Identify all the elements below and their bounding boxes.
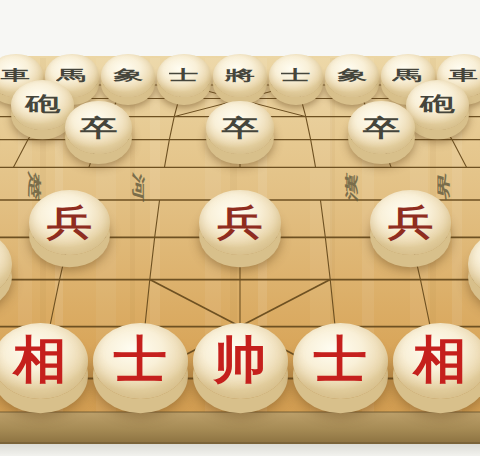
piece-black-advisor[interactable]: 士 <box>157 54 210 97</box>
piece-black-cannon[interactable]: 砲 <box>406 80 468 130</box>
piece-character: 象 <box>101 65 154 85</box>
river-inscription-char: 漢 <box>343 171 361 204</box>
piece-character: 砲 <box>406 91 468 120</box>
piece-black-soldier[interactable]: 卒 <box>65 101 132 155</box>
piece-red-general[interactable]: 帅 <box>193 323 288 399</box>
piece-character: 兵 <box>370 197 451 248</box>
piece-character: 士 <box>293 325 388 397</box>
piece-character: 相 <box>0 325 88 397</box>
piece-character: 士 <box>157 65 210 85</box>
piece-red-soldier[interactable]: 兵 <box>29 190 110 255</box>
piece-character: 象 <box>325 65 378 85</box>
piece-red-advisor[interactable]: 士 <box>93 323 188 399</box>
piece-character: 士 <box>269 65 322 85</box>
piece-character: 兵 <box>199 197 280 248</box>
piece-character: 卒 <box>206 110 273 144</box>
piece-character: 兵 <box>29 197 110 248</box>
piece-character: 炮 <box>468 235 480 293</box>
river-inscription-char: 河 <box>129 171 147 204</box>
piece-character: 相 <box>393 325 480 397</box>
piece-red-cannon[interactable]: 炮 <box>0 230 12 299</box>
xiangqi-board-photo: 楚河漢界 車馬象士將士象馬車砲砲卒卒卒卒卒兵兵兵兵兵炮炮車馬相士帅士相馬車 <box>0 0 480 456</box>
piece-red-advisor[interactable]: 士 <box>293 323 388 399</box>
piece-character: 卒 <box>65 110 132 144</box>
piece-character: 炮 <box>0 235 12 293</box>
piece-black-elephant[interactable]: 象 <box>101 54 154 97</box>
piece-red-soldier[interactable]: 兵 <box>199 190 280 255</box>
piece-black-advisor[interactable]: 士 <box>269 54 322 97</box>
piece-character: 帅 <box>193 325 288 397</box>
piece-character: 士 <box>93 325 188 397</box>
piece-black-general[interactable]: 將 <box>213 54 266 97</box>
piece-red-elephant[interactable]: 相 <box>393 323 480 399</box>
piece-red-soldier[interactable]: 兵 <box>370 190 451 255</box>
piece-black-soldier[interactable]: 卒 <box>206 101 273 155</box>
piece-red-cannon[interactable]: 炮 <box>468 230 480 299</box>
piece-black-elephant[interactable]: 象 <box>325 54 378 97</box>
table-surface <box>0 444 480 456</box>
piece-character: 將 <box>213 65 266 85</box>
piece-character: 卒 <box>348 110 415 144</box>
piece-black-soldier[interactable]: 卒 <box>348 101 415 155</box>
piece-red-elephant[interactable]: 相 <box>0 323 88 399</box>
